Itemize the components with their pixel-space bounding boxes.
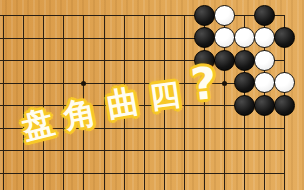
black-stone — [194, 27, 215, 48]
grid-line-horizontal — [0, 128, 285, 129]
black-stone — [274, 95, 295, 116]
black-stone — [254, 5, 275, 26]
grid-line-vertical — [43, 15, 44, 190]
star-point — [222, 81, 227, 86]
white-stone — [274, 72, 295, 93]
grid-line-vertical — [23, 15, 24, 190]
black-stone — [234, 95, 255, 116]
grid-line-vertical — [184, 15, 185, 190]
grid-line-vertical — [3, 15, 4, 190]
grid-line-vertical — [144, 15, 145, 190]
grid-line-vertical — [63, 15, 64, 190]
black-stone — [194, 5, 215, 26]
black-stone — [274, 27, 295, 48]
black-stone — [234, 72, 255, 93]
grid-line-horizontal — [0, 173, 285, 174]
star-point — [81, 81, 86, 86]
grid-line-vertical — [83, 15, 84, 190]
black-stone — [234, 50, 255, 71]
grid-line-horizontal — [0, 150, 285, 151]
black-stone — [254, 95, 275, 116]
white-stone — [254, 27, 275, 48]
white-stone — [254, 72, 275, 93]
white-stone — [214, 27, 235, 48]
white-stone — [254, 50, 275, 71]
grid-line-vertical — [124, 15, 125, 190]
go-board-frame: 盘 角 曲 四 ? — [0, 0, 304, 190]
white-stone — [214, 5, 235, 26]
grid-line-vertical — [164, 15, 165, 190]
black-stone — [214, 50, 235, 71]
grid-line-horizontal — [0, 15, 285, 16]
grid-line-vertical — [104, 15, 105, 190]
white-stone — [234, 27, 255, 48]
black-stone — [194, 50, 215, 71]
